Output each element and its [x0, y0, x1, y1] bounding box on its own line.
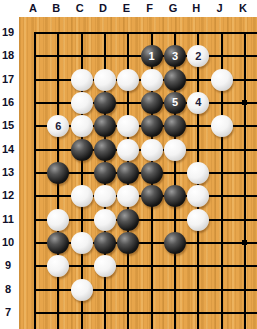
white-stone-b9 — [47, 255, 69, 277]
board-point-g12[interactable] — [163, 185, 186, 208]
board-point-k18[interactable] — [233, 45, 256, 68]
black-stone-f15 — [141, 115, 163, 137]
white-stone-c16 — [71, 92, 93, 114]
board-point-h13[interactable] — [187, 161, 210, 184]
board-point-b17[interactable] — [47, 68, 70, 91]
column-label-a: A — [25, 2, 41, 14]
board-point-c19[interactable] — [70, 21, 93, 44]
board-point-e14[interactable] — [117, 138, 140, 161]
board-point-h15[interactable] — [187, 115, 210, 138]
board-point-a13[interactable] — [23, 161, 46, 184]
white-stone-b15-move-6: 6 — [47, 115, 69, 137]
board-point-j12[interactable] — [210, 185, 233, 208]
board-point-e17[interactable] — [117, 68, 140, 91]
board-point-g14[interactable] — [163, 138, 186, 161]
black-stone-g18-move-3: 3 — [164, 45, 186, 67]
board-point-f11[interactable] — [140, 208, 163, 231]
white-stone-c17 — [71, 69, 93, 91]
board-point-k12[interactable] — [233, 185, 256, 208]
board-point-h7[interactable] — [187, 301, 210, 324]
row-label-19: 19 — [0, 26, 16, 38]
board-point-b14[interactable] — [47, 138, 70, 161]
column-label-g: G — [165, 2, 181, 14]
row-label-18: 18 — [0, 49, 16, 61]
row-label-15: 15 — [0, 119, 16, 131]
board-point-j10[interactable] — [210, 231, 233, 254]
board-point-e16[interactable] — [117, 91, 140, 114]
board-point-a11[interactable] — [23, 208, 46, 231]
board-point-g11[interactable] — [163, 208, 186, 231]
black-stone-e13 — [117, 162, 139, 184]
black-stone-d16 — [94, 92, 116, 114]
board-point-f18[interactable]: 1 — [140, 45, 163, 68]
board-point-a19[interactable] — [23, 21, 46, 44]
board-point-g15[interactable] — [163, 115, 186, 138]
board-point-f10[interactable] — [140, 231, 163, 254]
board-point-c10[interactable] — [70, 231, 93, 254]
board-point-k19[interactable] — [233, 21, 256, 44]
board-point-j11[interactable] — [210, 208, 233, 231]
board-point-f13[interactable] — [140, 161, 163, 184]
board-point-d8[interactable] — [93, 278, 116, 301]
board-point-a16[interactable] — [23, 91, 46, 114]
board-point-h8[interactable] — [187, 278, 210, 301]
board-point-b9[interactable] — [47, 255, 70, 278]
board-point-k14[interactable] — [233, 138, 256, 161]
board-point-j13[interactable] — [210, 161, 233, 184]
board-point-b19[interactable] — [47, 21, 70, 44]
white-stone-d12 — [94, 185, 116, 207]
board-point-g13[interactable] — [163, 161, 186, 184]
row-label-16: 16 — [0, 96, 16, 108]
row-label-11: 11 — [0, 213, 16, 225]
board-point-k7[interactable] — [233, 301, 256, 324]
black-stone-b10 — [47, 232, 69, 254]
board-point-d18[interactable] — [93, 45, 116, 68]
board-point-j7[interactable] — [210, 301, 233, 324]
white-stone-f17 — [141, 69, 163, 91]
board-point-b18[interactable] — [47, 45, 70, 68]
black-stone-b13 — [47, 162, 69, 184]
board-point-f7[interactable] — [140, 301, 163, 324]
board-point-f12[interactable] — [140, 185, 163, 208]
board-point-d11[interactable] — [93, 208, 116, 231]
white-stone-c10 — [71, 232, 93, 254]
board-point-b7[interactable] — [47, 301, 70, 324]
board-point-e7[interactable] — [117, 301, 140, 324]
white-stone-j17 — [211, 69, 233, 91]
board-point-h19[interactable] — [187, 21, 210, 44]
row-label-17: 17 — [0, 73, 16, 85]
board-point-j17[interactable] — [210, 68, 233, 91]
column-label-c: C — [72, 2, 88, 14]
black-stone-g16-move-5: 5 — [164, 92, 186, 114]
board-point-k9[interactable] — [233, 255, 256, 278]
board-point-a17[interactable] — [23, 68, 46, 91]
board-point-d14[interactable] — [93, 138, 116, 161]
black-stone-g12 — [164, 185, 186, 207]
row-label-13: 13 — [0, 166, 16, 178]
white-stone-d9 — [94, 255, 116, 277]
column-label-d: D — [95, 2, 111, 14]
board-point-b10[interactable] — [47, 231, 70, 254]
board-point-g7[interactable] — [163, 301, 186, 324]
board-point-c7[interactable] — [70, 301, 93, 324]
board-points-grid: 132546 — [23, 21, 256, 324]
board-point-e15[interactable] — [117, 115, 140, 138]
white-stone-h18-move-2: 2 — [187, 45, 209, 67]
board-point-f15[interactable] — [140, 115, 163, 138]
board-point-c14[interactable] — [70, 138, 93, 161]
row-label-9: 9 — [0, 259, 16, 271]
board-point-k17[interactable] — [233, 68, 256, 91]
column-label-f: F — [142, 2, 158, 14]
board-point-d12[interactable] — [93, 185, 116, 208]
row-label-12: 12 — [0, 189, 16, 201]
board-point-b8[interactable] — [47, 278, 70, 301]
white-stone-b11 — [47, 209, 69, 231]
board-point-c15[interactable] — [70, 115, 93, 138]
board-point-f8[interactable] — [140, 278, 163, 301]
row-label-14: 14 — [0, 143, 16, 155]
board-point-h11[interactable] — [187, 208, 210, 231]
board-point-c12[interactable] — [70, 185, 93, 208]
black-stone-d13 — [94, 162, 116, 184]
row-label-8: 8 — [0, 283, 16, 295]
board-point-j14[interactable] — [210, 138, 233, 161]
board-point-f9[interactable] — [140, 255, 163, 278]
board-point-h9[interactable] — [187, 255, 210, 278]
board-point-k10[interactable] — [233, 231, 256, 254]
go-board-diagram: 132546 ABCDEFGHJK 1918171615141312111098… — [0, 0, 257, 329]
row-label-10: 10 — [0, 236, 16, 248]
white-stone-f14 — [141, 139, 163, 161]
board-point-b15[interactable]: 6 — [47, 115, 70, 138]
black-stone-f16 — [141, 92, 163, 114]
white-stone-e14 — [117, 139, 139, 161]
white-stone-d11 — [94, 209, 116, 231]
white-stone-c12 — [71, 185, 93, 207]
board-point-e18[interactable] — [117, 45, 140, 68]
board-point-c8[interactable] — [70, 278, 93, 301]
board-point-b13[interactable] — [47, 161, 70, 184]
board-point-j19[interactable] — [210, 21, 233, 44]
black-stone-e11 — [117, 209, 139, 231]
column-label-j: J — [212, 2, 228, 14]
board-point-k8[interactable] — [233, 278, 256, 301]
board-point-f16[interactable] — [140, 91, 163, 114]
board-point-e12[interactable] — [117, 185, 140, 208]
white-stone-g14 — [164, 139, 186, 161]
board-point-a9[interactable] — [23, 255, 46, 278]
white-stone-j15 — [211, 115, 233, 137]
board-point-f17[interactable] — [140, 68, 163, 91]
board-point-k11[interactable] — [233, 208, 256, 231]
board-point-a7[interactable] — [23, 301, 46, 324]
board-point-g9[interactable] — [163, 255, 186, 278]
board-point-e19[interactable] — [117, 21, 140, 44]
board-point-k13[interactable] — [233, 161, 256, 184]
white-stone-c15 — [71, 115, 93, 137]
board-point-d19[interactable] — [93, 21, 116, 44]
column-label-h: H — [188, 2, 204, 14]
black-stone-f18-move-1: 1 — [141, 45, 163, 67]
board-point-b11[interactable] — [47, 208, 70, 231]
white-stone-h13 — [187, 162, 209, 184]
black-stone-e10 — [117, 232, 139, 254]
board-point-d16[interactable] — [93, 91, 116, 114]
board-point-h17[interactable] — [187, 68, 210, 91]
black-stone-f12 — [141, 185, 163, 207]
board-point-d10[interactable] — [93, 231, 116, 254]
board-point-d7[interactable] — [93, 301, 116, 324]
board-point-f14[interactable] — [140, 138, 163, 161]
board-point-d13[interactable] — [93, 161, 116, 184]
board-point-k16[interactable] — [233, 91, 256, 114]
board-point-e9[interactable] — [117, 255, 140, 278]
board-point-a12[interactable] — [23, 185, 46, 208]
board-point-j16[interactable] — [210, 91, 233, 114]
board-point-j8[interactable] — [210, 278, 233, 301]
white-stone-h12 — [187, 185, 209, 207]
board-point-a14[interactable] — [23, 138, 46, 161]
column-label-b: B — [48, 2, 64, 14]
black-stone-d10 — [94, 232, 116, 254]
board-point-e13[interactable] — [117, 161, 140, 184]
board-point-b12[interactable] — [47, 185, 70, 208]
black-stone-d15 — [94, 115, 116, 137]
board-point-g18[interactable]: 3 — [163, 45, 186, 68]
board-point-h18[interactable]: 2 — [187, 45, 210, 68]
board-point-j15[interactable] — [210, 115, 233, 138]
board-point-a8[interactable] — [23, 278, 46, 301]
black-stone-g17 — [164, 69, 186, 91]
black-stone-d14 — [94, 139, 116, 161]
board-point-a15[interactable] — [23, 115, 46, 138]
board-point-a18[interactable] — [23, 45, 46, 68]
white-stone-e17 — [117, 69, 139, 91]
board-point-a10[interactable] — [23, 231, 46, 254]
white-stone-c8 — [71, 279, 93, 301]
board-point-b16[interactable] — [47, 91, 70, 114]
board-point-g17[interactable] — [163, 68, 186, 91]
board-point-j18[interactable] — [210, 45, 233, 68]
black-stone-g10 — [164, 232, 186, 254]
board-point-c9[interactable] — [70, 255, 93, 278]
board-point-g16[interactable]: 5 — [163, 91, 186, 114]
board-point-d17[interactable] — [93, 68, 116, 91]
board-point-g19[interactable] — [163, 21, 186, 44]
board-point-g8[interactable] — [163, 278, 186, 301]
white-stone-h16-move-4: 4 — [187, 92, 209, 114]
board-point-h12[interactable] — [187, 185, 210, 208]
column-label-k: K — [235, 2, 251, 14]
board-point-c16[interactable] — [70, 91, 93, 114]
board-point-e10[interactable] — [117, 231, 140, 254]
white-stone-h11 — [187, 209, 209, 231]
board-point-e11[interactable] — [117, 208, 140, 231]
white-stone-e15 — [117, 115, 139, 137]
board-point-k15[interactable] — [233, 115, 256, 138]
black-stone-f13 — [141, 162, 163, 184]
board-point-e8[interactable] — [117, 278, 140, 301]
board-point-g10[interactable] — [163, 231, 186, 254]
column-label-e: E — [118, 2, 134, 14]
board-point-f19[interactable] — [140, 21, 163, 44]
board-point-c18[interactable] — [70, 45, 93, 68]
board-point-d9[interactable] — [93, 255, 116, 278]
white-stone-e12 — [117, 185, 139, 207]
board-point-h16[interactable]: 4 — [187, 91, 210, 114]
black-stone-c14 — [71, 139, 93, 161]
row-label-7: 7 — [0, 306, 16, 318]
board-point-j9[interactable] — [210, 255, 233, 278]
board-point-c13[interactable] — [70, 161, 93, 184]
white-stone-d17 — [94, 69, 116, 91]
black-stone-g15 — [164, 115, 186, 137]
board-point-c11[interactable] — [70, 208, 93, 231]
board-point-h10[interactable] — [187, 231, 210, 254]
board-point-h14[interactable] — [187, 138, 210, 161]
board-point-d15[interactable] — [93, 115, 116, 138]
board-point-c17[interactable] — [70, 68, 93, 91]
